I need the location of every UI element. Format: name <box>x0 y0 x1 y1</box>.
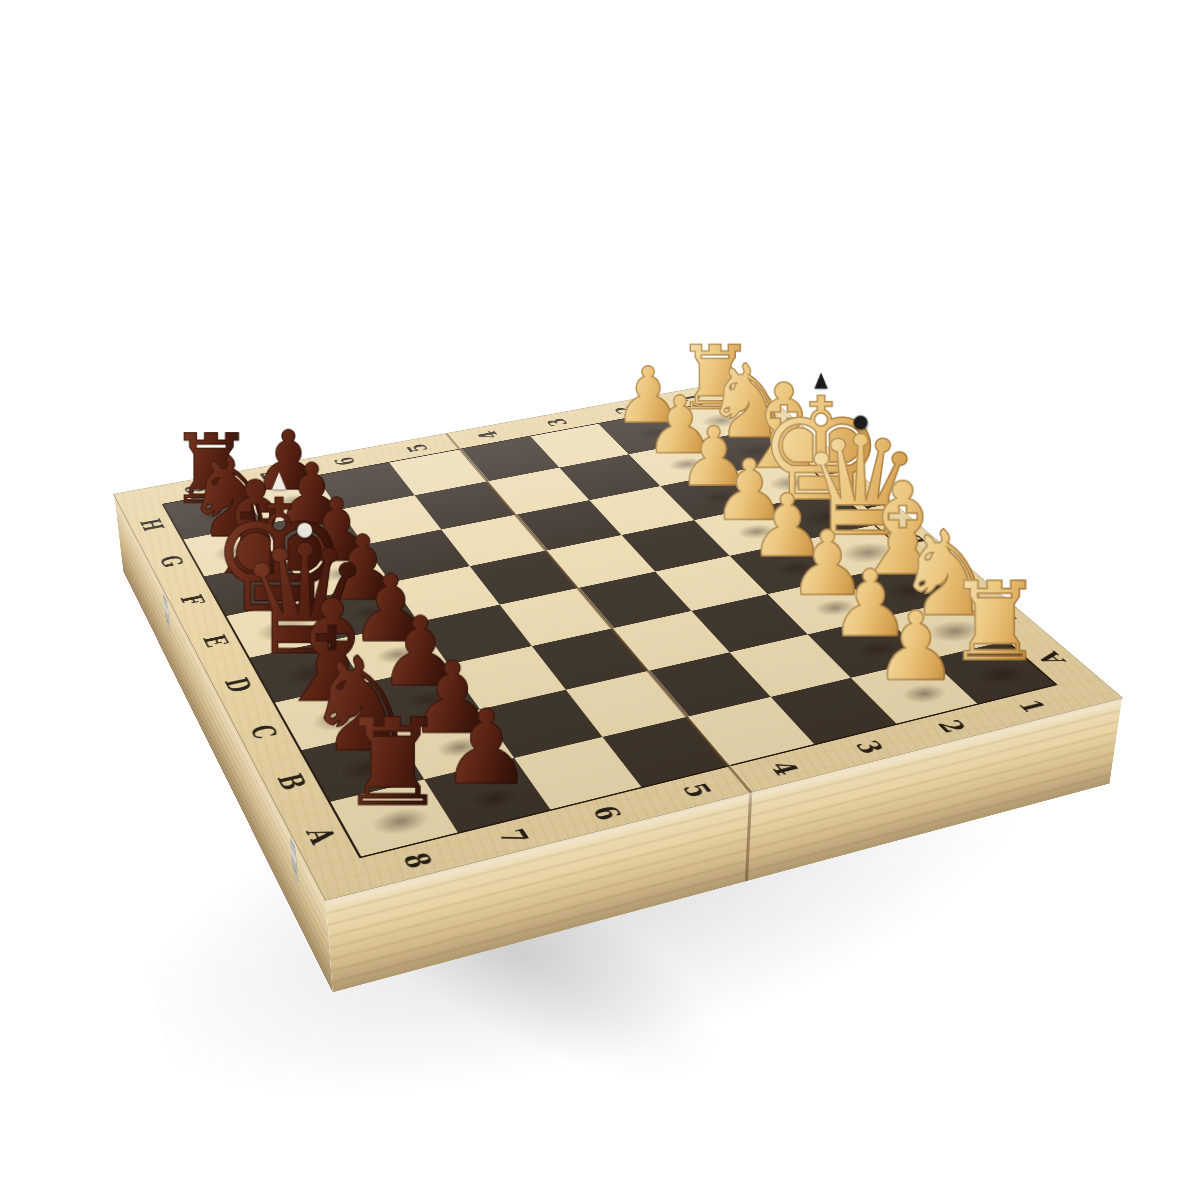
file-label-left-G: G <box>156 554 187 569</box>
rank-label-far-3: 3 <box>543 417 571 428</box>
piece-black-rook-a8[interactable]: ♜ <box>297 547 486 819</box>
latch-hook-icon <box>290 837 298 876</box>
fold-seam-front-face <box>745 792 752 882</box>
rook-glyph-wrap: ♜ <box>338 708 446 819</box>
rank-label-far-2: 2 <box>611 404 639 414</box>
white-pawn-icon: ♟ <box>873 604 958 692</box>
piece-white-pawn-a2[interactable]: ♟ <box>829 442 1002 691</box>
rank-label-far-1: 1 <box>677 392 705 402</box>
latch-hook-icon <box>163 593 170 626</box>
black-rook-icon: ♜ <box>338 708 446 819</box>
product-photo-stage: 87654321 87654321 HGFEDCBA HGFEDCBA ♜♞♝♛… <box>0 0 1200 1200</box>
pawn-glyph-wrap: ♟ <box>873 604 958 692</box>
file-label-left-H: H <box>136 517 167 532</box>
rank-label-far-4: 4 <box>474 429 502 440</box>
